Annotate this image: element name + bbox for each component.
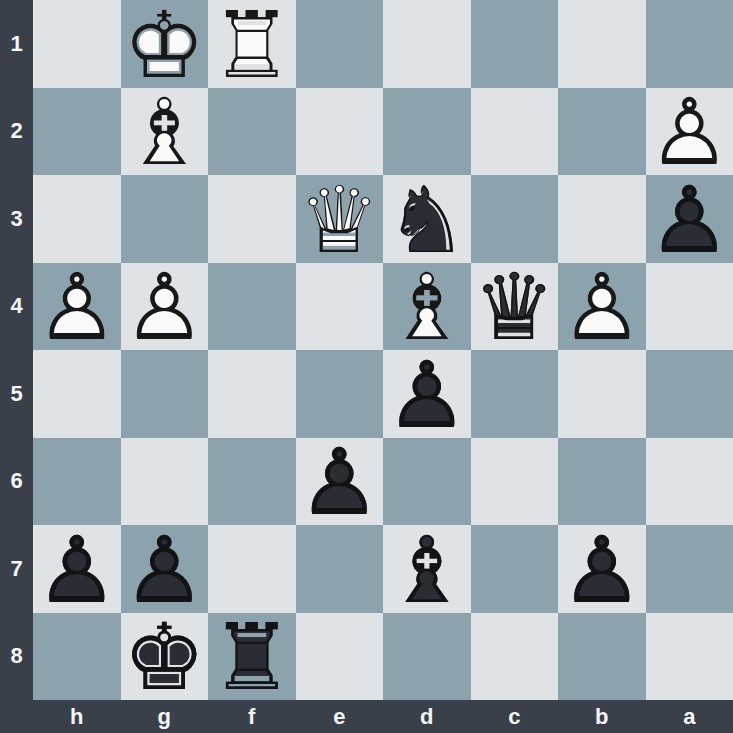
square-d6[interactable] xyxy=(383,438,471,526)
square-e4[interactable] xyxy=(296,263,384,351)
white-pawn-outline-glyph: ♙ xyxy=(558,265,646,353)
file-label-h: h xyxy=(33,700,121,733)
square-c2[interactable] xyxy=(471,88,559,176)
black-pawn-piece[interactable]: ♟♙ xyxy=(33,525,121,613)
square-g7[interactable]: ♟♙ xyxy=(121,525,209,613)
square-g4[interactable]: ♟♙ xyxy=(121,263,209,351)
white-queen-piece[interactable]: ♛♕ xyxy=(296,175,384,263)
black-queen-piece[interactable]: ♛♕ xyxy=(471,263,559,351)
black-pawn-fill-glyph: ♟ xyxy=(33,527,121,615)
black-king-fill-glyph: ♚ xyxy=(121,615,209,703)
square-e8[interactable] xyxy=(296,613,384,701)
square-a1[interactable] xyxy=(646,0,733,88)
square-a7[interactable] xyxy=(646,525,733,613)
black-bishop-piece[interactable]: ♝♗ xyxy=(383,525,471,613)
rank-label-5: 5 xyxy=(0,350,33,438)
black-queen-outline-glyph: ♕ xyxy=(471,265,559,353)
black-rook-outline-glyph: ♖ xyxy=(208,615,296,703)
black-bishop-fill-glyph: ♝ xyxy=(383,527,471,615)
square-h7[interactable]: ♟♙ xyxy=(33,525,121,613)
square-e1[interactable] xyxy=(296,0,384,88)
square-d8[interactable] xyxy=(383,613,471,701)
square-b2[interactable] xyxy=(558,88,646,176)
square-b1[interactable] xyxy=(558,0,646,88)
black-rook-piece[interactable]: ♜♖ xyxy=(208,613,296,701)
square-c1[interactable] xyxy=(471,0,559,88)
square-f7[interactable] xyxy=(208,525,296,613)
square-b5[interactable] xyxy=(558,350,646,438)
rank-label-3: 3 xyxy=(0,175,33,263)
black-pawn-piece[interactable]: ♟♙ xyxy=(121,525,209,613)
black-queen-fill-glyph: ♛ xyxy=(471,265,559,353)
rank-label-4: 4 xyxy=(0,263,33,351)
square-a2[interactable]: ♟♙ xyxy=(646,88,733,176)
square-c5[interactable] xyxy=(471,350,559,438)
black-pawn-piece[interactable]: ♟♙ xyxy=(558,525,646,613)
white-pawn-fill-glyph: ♟ xyxy=(646,90,733,178)
file-label-f: f xyxy=(208,700,296,733)
black-knight-outline-glyph: ♘ xyxy=(383,177,471,265)
frame-corner xyxy=(0,700,33,733)
square-e2[interactable] xyxy=(296,88,384,176)
black-pawn-fill-glyph: ♟ xyxy=(296,440,384,528)
white-pawn-fill-glyph: ♟ xyxy=(33,265,121,353)
square-a3[interactable]: ♟♙ xyxy=(646,175,733,263)
white-pawn-fill-glyph: ♟ xyxy=(558,265,646,353)
black-pawn-outline-glyph: ♙ xyxy=(296,440,384,528)
square-h8[interactable] xyxy=(33,613,121,701)
square-a4[interactable] xyxy=(646,263,733,351)
black-pawn-fill-glyph: ♟ xyxy=(558,527,646,615)
square-g3[interactable] xyxy=(121,175,209,263)
square-a8[interactable] xyxy=(646,613,733,701)
black-pawn-piece[interactable]: ♟♙ xyxy=(383,350,471,438)
square-a6[interactable] xyxy=(646,438,733,526)
white-queen-fill-glyph: ♛ xyxy=(296,177,384,265)
white-bishop-piece[interactable]: ♝♗ xyxy=(121,88,209,176)
square-d2[interactable] xyxy=(383,88,471,176)
square-h5[interactable] xyxy=(33,350,121,438)
square-f4[interactable] xyxy=(208,263,296,351)
black-knight-piece[interactable]: ♞♘ xyxy=(383,175,471,263)
square-e6[interactable]: ♟♙ xyxy=(296,438,384,526)
square-b7[interactable]: ♟♙ xyxy=(558,525,646,613)
black-pawn-fill-glyph: ♟ xyxy=(646,177,733,265)
square-d1[interactable] xyxy=(383,0,471,88)
white-king-outline-glyph: ♔ xyxy=(121,2,209,90)
black-king-piece[interactable]: ♚♔ xyxy=(121,613,209,701)
square-c7[interactable] xyxy=(471,525,559,613)
white-bishop-outline-glyph: ♗ xyxy=(121,90,209,178)
white-pawn-outline-glyph: ♙ xyxy=(33,265,121,353)
black-king-outline-glyph: ♔ xyxy=(121,615,209,703)
square-h3[interactable] xyxy=(33,175,121,263)
square-h4[interactable]: ♟♙ xyxy=(33,263,121,351)
black-pawn-outline-glyph: ♙ xyxy=(33,527,121,615)
square-f2[interactable] xyxy=(208,88,296,176)
square-c3[interactable] xyxy=(471,175,559,263)
chess-board: 1♚♔♜♖2♝♗♟♙3♛♕♞♘♟♙4♟♙♟♙♝♗♛♕♟♙5♟♙6♟♙7♟♙♟♙♝… xyxy=(0,0,733,733)
black-pawn-outline-glyph: ♙ xyxy=(383,352,471,440)
square-h2[interactable] xyxy=(33,88,121,176)
black-rook-fill-glyph: ♜ xyxy=(208,615,296,703)
square-h1[interactable] xyxy=(33,0,121,88)
white-pawn-outline-glyph: ♙ xyxy=(646,90,733,178)
square-e5[interactable] xyxy=(296,350,384,438)
rank-label-6: 6 xyxy=(0,438,33,526)
white-king-fill-glyph: ♚ xyxy=(121,2,209,90)
square-g6[interactable] xyxy=(121,438,209,526)
black-knight-fill-glyph: ♞ xyxy=(383,177,471,265)
rank-label-8: 8 xyxy=(0,613,33,701)
square-g5[interactable] xyxy=(121,350,209,438)
square-f3[interactable] xyxy=(208,175,296,263)
square-f6[interactable] xyxy=(208,438,296,526)
square-e7[interactable] xyxy=(296,525,384,613)
square-d5[interactable]: ♟♙ xyxy=(383,350,471,438)
square-b6[interactable] xyxy=(558,438,646,526)
white-rook-fill-glyph: ♜ xyxy=(208,2,296,90)
square-c4[interactable]: ♛♕ xyxy=(471,263,559,351)
square-d7[interactable]: ♝♗ xyxy=(383,525,471,613)
white-pawn-piece[interactable]: ♟♙ xyxy=(646,88,733,176)
square-g2[interactable]: ♝♗ xyxy=(121,88,209,176)
black-pawn-outline-glyph: ♙ xyxy=(558,527,646,615)
square-e3[interactable]: ♛♕ xyxy=(296,175,384,263)
square-b4[interactable]: ♟♙ xyxy=(558,263,646,351)
file-label-a: a xyxy=(646,700,733,733)
black-pawn-outline-glyph: ♙ xyxy=(646,177,733,265)
square-b8[interactable] xyxy=(558,613,646,701)
white-bishop-fill-glyph: ♝ xyxy=(383,265,471,353)
square-g1[interactable]: ♚♔ xyxy=(121,0,209,88)
rank-label-7: 7 xyxy=(0,525,33,613)
white-bishop-piece[interactable]: ♝♗ xyxy=(383,263,471,351)
white-bishop-fill-glyph: ♝ xyxy=(121,90,209,178)
file-label-e: e xyxy=(296,700,384,733)
square-a5[interactable] xyxy=(646,350,733,438)
white-pawn-fill-glyph: ♟ xyxy=(121,265,209,353)
white-pawn-piece[interactable]: ♟♙ xyxy=(121,263,209,351)
file-label-d: d xyxy=(383,700,471,733)
white-pawn-outline-glyph: ♙ xyxy=(121,265,209,353)
white-queen-outline-glyph: ♕ xyxy=(296,177,384,265)
black-pawn-fill-glyph: ♟ xyxy=(121,527,209,615)
white-king-piece[interactable]: ♚♔ xyxy=(121,0,209,88)
square-c6[interactable] xyxy=(471,438,559,526)
white-rook-piece[interactable]: ♜♖ xyxy=(208,0,296,88)
square-d4[interactable]: ♝♗ xyxy=(383,263,471,351)
rank-label-1: 1 xyxy=(0,0,33,88)
white-rook-outline-glyph: ♖ xyxy=(208,2,296,90)
square-h6[interactable] xyxy=(33,438,121,526)
white-pawn-piece[interactable]: ♟♙ xyxy=(33,263,121,351)
file-label-c: c xyxy=(471,700,559,733)
black-pawn-fill-glyph: ♟ xyxy=(383,352,471,440)
black-pawn-piece[interactable]: ♟♙ xyxy=(296,438,384,526)
black-pawn-outline-glyph: ♙ xyxy=(121,527,209,615)
white-pawn-piece[interactable]: ♟♙ xyxy=(558,263,646,351)
square-g8[interactable]: ♚♔ xyxy=(121,613,209,701)
white-bishop-outline-glyph: ♗ xyxy=(383,265,471,353)
black-pawn-piece[interactable]: ♟♙ xyxy=(646,175,733,263)
black-bishop-outline-glyph: ♗ xyxy=(383,527,471,615)
file-label-b: b xyxy=(558,700,646,733)
square-f5[interactable] xyxy=(208,350,296,438)
square-f8[interactable]: ♜♖ xyxy=(208,613,296,701)
square-d3[interactable]: ♞♘ xyxy=(383,175,471,263)
rank-label-2: 2 xyxy=(0,88,33,176)
file-label-g: g xyxy=(121,700,209,733)
square-b3[interactable] xyxy=(558,175,646,263)
square-f1[interactable]: ♜♖ xyxy=(208,0,296,88)
square-c8[interactable] xyxy=(471,613,559,701)
